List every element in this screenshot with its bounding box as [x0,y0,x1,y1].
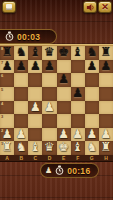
square-g1[interactable]: ♞ [85,141,99,155]
piece-white-pawn: ♟ [85,128,99,141]
piece-black-pawn: ♟ [57,73,71,86]
piece-black-pawn: ♟ [28,60,42,73]
square-f2[interactable]: ♟ [71,128,85,142]
square-g5[interactable] [85,87,99,101]
square-e8[interactable]: ♚ [57,46,71,60]
rank-label: 4 [1,101,3,106]
piece-white-pawn: ♟ [28,101,42,114]
piece-black-pawn: ♟ [85,60,99,73]
square-h8[interactable]: ♜ [99,46,113,60]
square-e6[interactable]: ♟ [57,73,71,87]
clock-icon [5,31,14,42]
white-time: 00:16 [67,166,90,176]
square-g2[interactable]: ♟ [85,128,99,142]
piece-black-pawn: ♟ [42,60,56,73]
piece-white-bishop: ♝ [71,141,85,154]
square-c8[interactable]: ♝ [28,46,42,60]
square-f7[interactable] [71,60,85,74]
piece-white-king: ♚ [57,141,71,154]
square-f6[interactable] [71,73,85,87]
piece-white-knight: ♞ [14,141,28,154]
square-e2[interactable]: ♟ [57,128,71,142]
square-f3[interactable] [71,114,85,128]
square-h7[interactable]: ♟ [99,60,113,74]
square-f8[interactable]: ♝ [71,46,85,60]
square-c5[interactable] [28,87,42,101]
board-squares: 8♜♞♝♛♚♝♞♜7♟♟♟♟♟♟6♟5♟4♟♟32♟♟♟♟♟♟1♜♞♝♛♚♝♞♜ [0,46,113,155]
close-button[interactable]: ✕ [98,1,112,13]
square-h6[interactable] [99,73,113,87]
chess-board: 8♜♞♝♛♚♝♞♜7♟♟♟♟♟♟6♟5♟4♟♟32♟♟♟♟♟♟1♜♞♝♛♚♝♞♜… [0,44,113,162]
square-g4[interactable] [85,101,99,115]
piece-white-pawn: ♟ [57,128,71,141]
square-g3[interactable] [85,114,99,128]
square-h5[interactable] [99,87,113,101]
square-b5[interactable] [14,87,28,101]
square-c7[interactable]: ♟ [28,60,42,74]
piece-white-rook: ♜ [99,141,113,154]
square-a7[interactable]: 7♟ [0,60,14,74]
file-label: F [71,155,85,161]
file-label: G [85,155,99,161]
piece-black-bishop: ♝ [71,46,85,59]
square-d7[interactable]: ♟ [42,60,56,74]
piece-black-queen: ♛ [42,46,56,59]
rank-label: 1 [1,141,3,146]
piece-white-pawn: ♟ [42,101,56,114]
square-c6[interactable] [28,73,42,87]
square-b3[interactable] [14,114,28,128]
square-g7[interactable]: ♟ [85,60,99,74]
square-e7[interactable] [57,60,71,74]
square-b4[interactable] [14,101,28,115]
piece-white-knight: ♞ [85,141,99,154]
piece-black-pawn: ♟ [14,60,28,73]
square-e3[interactable] [57,114,71,128]
square-e5[interactable] [57,87,71,101]
square-a3[interactable]: 3 [0,114,14,128]
square-a4[interactable]: 4 [0,101,14,115]
white-player-timer: ♟ 00:16 [40,163,99,178]
file-label: E [57,155,71,161]
square-b8[interactable]: ♞ [14,46,28,60]
rank-label: 2 [1,128,3,133]
rank-label: 8 [1,46,3,51]
piece-black-rook: ♜ [99,46,113,59]
square-d3[interactable] [42,114,56,128]
menu-button[interactable] [2,1,16,13]
square-a5[interactable]: 5 [0,87,14,101]
piece-white-bishop: ♝ [28,141,42,154]
square-h4[interactable] [99,101,113,115]
square-h1[interactable]: ♜ [99,141,113,155]
rank-label: 3 [1,114,3,119]
piece-black-bishop: ♝ [28,46,42,59]
square-c3[interactable] [28,114,42,128]
square-d1[interactable]: ♛ [42,141,56,155]
square-a2[interactable]: 2♟ [0,128,14,142]
file-label: B [14,155,28,161]
piece-white-pawn: ♟ [71,128,85,141]
square-c4[interactable]: ♟ [28,101,42,115]
square-d2[interactable] [42,128,56,142]
rank-label: 6 [1,73,3,78]
square-g8[interactable]: ♞ [85,46,99,60]
black-time: 00:03 [17,32,40,42]
square-d4[interactable]: ♟ [42,101,56,115]
piece-white-pawn: ♟ [99,128,113,141]
square-b7[interactable]: ♟ [14,60,28,74]
file-label: A [0,155,14,161]
white-pawn-icon: ♟ [45,167,52,175]
square-d8[interactable]: ♛ [42,46,56,60]
square-h3[interactable] [99,114,113,128]
sound-button[interactable] [83,1,97,13]
speaker-icon [86,3,95,12]
square-b1[interactable]: ♞ [14,141,28,155]
clock-icon [55,165,64,176]
square-a1[interactable]: 1♜ [0,141,14,155]
piece-black-knight: ♞ [14,46,28,59]
black-player-timer: 00:03 [0,29,57,44]
square-b6[interactable] [14,73,28,87]
square-f4[interactable] [71,101,85,115]
square-f1[interactable]: ♝ [71,141,85,155]
file-label: H [99,155,113,161]
rank-label: 7 [1,60,3,65]
square-e4[interactable] [57,101,71,115]
square-c1[interactable]: ♝ [28,141,42,155]
app-screen: ✕ 00:03 8♜♞♝♛♚♝♞♜7♟♟♟♟♟♟6♟5♟4♟♟32♟♟♟♟♟♟1… [0,0,113,200]
square-c2[interactable] [28,128,42,142]
rank-label: 5 [1,87,3,92]
square-d5[interactable] [42,87,56,101]
square-a8[interactable]: 8♜ [0,46,14,60]
piece-white-queen: ♛ [42,141,56,154]
file-label: C [28,155,42,161]
square-e1[interactable]: ♚ [57,141,71,155]
piece-black-knight: ♞ [85,46,99,59]
piece-white-pawn: ♟ [14,128,28,141]
file-label: D [42,155,56,161]
piece-black-pawn: ♟ [71,87,85,100]
square-h2[interactable]: ♟ [99,128,113,142]
piece-black-pawn: ♟ [99,60,113,73]
square-g6[interactable] [85,73,99,87]
square-b2[interactable]: ♟ [14,128,28,142]
square-f5[interactable]: ♟ [71,87,85,101]
menu-icon [6,4,12,10]
piece-black-king: ♚ [57,46,71,59]
square-d6[interactable] [42,73,56,87]
file-labels-row: ABCDEFGH [0,155,113,162]
square-a6[interactable]: 6 [0,73,14,87]
